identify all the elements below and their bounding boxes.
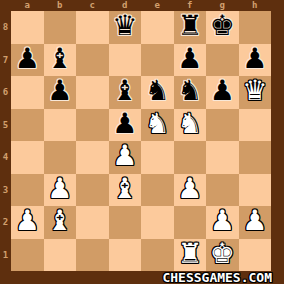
square-d8: ♛ — [109, 11, 142, 44]
square-h4 — [239, 141, 272, 174]
watermark: CHESSGAMES.COM — [162, 271, 272, 284]
square-f7: ♟ — [174, 44, 207, 77]
square-f5: ♞ — [174, 109, 207, 142]
square-g5 — [206, 109, 239, 142]
black-pawn-f7: ♟ — [177, 45, 202, 73]
rank-labels: 87654321 — [0, 11, 11, 271]
square-h1 — [239, 239, 272, 272]
square-f8: ♜ — [174, 11, 207, 44]
square-f2 — [174, 206, 207, 239]
square-h3 — [239, 174, 272, 207]
square-h6: ♛ — [239, 76, 272, 109]
square-a3 — [11, 174, 44, 207]
white-rook-f1: ♜ — [177, 240, 202, 268]
black-rook-f8: ♜ — [177, 12, 202, 40]
square-c3 — [76, 174, 109, 207]
square-b6: ♟ — [44, 76, 77, 109]
square-d7 — [109, 44, 142, 77]
square-c1 — [76, 239, 109, 272]
black-bishop-b7: ♝ — [47, 45, 72, 73]
square-e5: ♞ — [141, 109, 174, 142]
white-pawn-a2: ♟ — [15, 207, 40, 235]
square-d3: ♝ — [109, 174, 142, 207]
square-h8 — [239, 11, 272, 44]
white-knight-e5: ♞ — [145, 110, 170, 138]
white-pawn-b3: ♟ — [47, 175, 72, 203]
square-a2: ♟ — [11, 206, 44, 239]
square-e4 — [141, 141, 174, 174]
square-h2: ♟ — [239, 206, 272, 239]
rank-label-4: 4 — [0, 141, 11, 174]
chess-diagram: abcdefgh 87654321 ♛♜♚♟♝♟♟♟♝♞♞♟♛♟♞♞♟♟♝♟♟♝… — [0, 0, 284, 284]
square-c8 — [76, 11, 109, 44]
square-f1: ♜ — [174, 239, 207, 272]
square-h7: ♟ — [239, 44, 272, 77]
rank-label-1: 1 — [0, 239, 11, 272]
square-e7 — [141, 44, 174, 77]
rank-label-7: 7 — [0, 44, 11, 77]
board: ♛♜♚♟♝♟♟♟♝♞♞♟♛♟♞♞♟♟♝♟♟♝♟♟♜♚ — [11, 11, 271, 271]
square-d2 — [109, 206, 142, 239]
square-g4 — [206, 141, 239, 174]
rank-label-5: 5 — [0, 109, 11, 142]
square-d4: ♟ — [109, 141, 142, 174]
black-knight-e6: ♞ — [145, 77, 170, 105]
black-pawn-a7: ♟ — [15, 45, 40, 73]
black-pawn-g6: ♟ — [210, 77, 235, 105]
white-pawn-d4: ♟ — [112, 142, 137, 170]
file-label-b: b — [44, 0, 77, 11]
file-label-a: a — [11, 0, 44, 11]
file-label-e: e — [141, 0, 174, 11]
square-a6 — [11, 76, 44, 109]
square-e6: ♞ — [141, 76, 174, 109]
square-e2 — [141, 206, 174, 239]
white-pawn-g2: ♟ — [210, 207, 235, 235]
black-queen-d8: ♛ — [112, 12, 137, 40]
black-knight-f6: ♞ — [177, 77, 202, 105]
square-a5 — [11, 109, 44, 142]
square-g6: ♟ — [206, 76, 239, 109]
square-d1 — [109, 239, 142, 272]
square-b8 — [44, 11, 77, 44]
white-king-g1: ♚ — [210, 240, 235, 268]
rank-label-8: 8 — [0, 11, 11, 44]
white-pawn-f3: ♟ — [177, 175, 202, 203]
white-bishop-d3: ♝ — [112, 175, 137, 203]
square-b4 — [44, 141, 77, 174]
white-queen-h6: ♛ — [242, 77, 267, 105]
square-a8 — [11, 11, 44, 44]
square-f4 — [174, 141, 207, 174]
square-d5: ♟ — [109, 109, 142, 142]
square-b2: ♝ — [44, 206, 77, 239]
square-b5 — [44, 109, 77, 142]
square-d6: ♝ — [109, 76, 142, 109]
file-label-c: c — [76, 0, 109, 11]
square-c5 — [76, 109, 109, 142]
black-pawn-b6: ♟ — [47, 77, 72, 105]
square-a4 — [11, 141, 44, 174]
black-pawn-h7: ♟ — [242, 45, 267, 73]
square-a1 — [11, 239, 44, 272]
square-c4 — [76, 141, 109, 174]
file-label-h: h — [239, 0, 272, 11]
square-b1 — [44, 239, 77, 272]
square-g2: ♟ — [206, 206, 239, 239]
white-pawn-h2: ♟ — [242, 207, 267, 235]
square-g8: ♚ — [206, 11, 239, 44]
square-c2 — [76, 206, 109, 239]
square-a7: ♟ — [11, 44, 44, 77]
black-king-g8: ♚ — [210, 12, 235, 40]
rank-label-2: 2 — [0, 206, 11, 239]
square-b3: ♟ — [44, 174, 77, 207]
white-knight-f5: ♞ — [177, 110, 202, 138]
white-bishop-b2: ♝ — [47, 207, 72, 235]
square-e3 — [141, 174, 174, 207]
square-g7 — [206, 44, 239, 77]
square-h5 — [239, 109, 272, 142]
square-e8 — [141, 11, 174, 44]
rank-label-3: 3 — [0, 174, 11, 207]
square-f6: ♞ — [174, 76, 207, 109]
black-bishop-d6: ♝ — [112, 77, 137, 105]
rank-label-6: 6 — [0, 76, 11, 109]
square-g3 — [206, 174, 239, 207]
square-e1 — [141, 239, 174, 272]
square-f3: ♟ — [174, 174, 207, 207]
square-c6 — [76, 76, 109, 109]
black-pawn-d5: ♟ — [112, 110, 137, 138]
square-g1: ♚ — [206, 239, 239, 272]
square-b7: ♝ — [44, 44, 77, 77]
square-c7 — [76, 44, 109, 77]
